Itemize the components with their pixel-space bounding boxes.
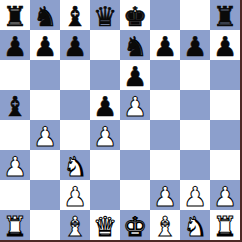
- white-pawn-icon[interactable]: ♟: [63, 183, 87, 210]
- white-bishop-icon[interactable]: ♝: [153, 213, 177, 240]
- square-b2[interactable]: [30, 180, 60, 210]
- square-f8[interactable]: [150, 0, 180, 30]
- white-queen-icon[interactable]: ♛: [93, 213, 117, 240]
- square-f6[interactable]: [150, 60, 180, 90]
- square-b6[interactable]: [30, 60, 60, 90]
- black-pawn-icon[interactable]: ♟: [153, 33, 177, 60]
- chess-board: ♜♞♝♛♚♜♟♟♟♞♟♟♟♟♝♟♟♟♟♟♞♟♟♟♟♜♝♛♚♝♞♜: [0, 0, 240, 240]
- black-bishop-icon[interactable]: ♝: [63, 3, 87, 30]
- square-a6[interactable]: [0, 60, 30, 90]
- white-pawn-icon[interactable]: ♟: [93, 123, 117, 150]
- white-pawn-icon[interactable]: ♟: [153, 183, 177, 210]
- square-h2[interactable]: ♟: [210, 180, 240, 210]
- square-e5[interactable]: ♟: [120, 90, 150, 120]
- square-g2[interactable]: ♟: [180, 180, 210, 210]
- square-h3[interactable]: [210, 150, 240, 180]
- square-g1[interactable]: ♞: [180, 210, 210, 240]
- white-pawn-icon[interactable]: ♟: [3, 153, 27, 180]
- square-f2[interactable]: ♟: [150, 180, 180, 210]
- white-pawn-icon[interactable]: ♟: [33, 123, 57, 150]
- square-h4[interactable]: [210, 120, 240, 150]
- white-bishop-icon[interactable]: ♝: [63, 213, 87, 240]
- board-frame: ♜♞♝♛♚♜♟♟♟♞♟♟♟♟♝♟♟♟♟♟♞♟♟♟♟♜♝♛♚♝♞♜: [0, 0, 242, 242]
- square-e4[interactable]: [120, 120, 150, 150]
- black-bishop-icon[interactable]: ♝: [3, 93, 27, 120]
- square-a4[interactable]: [0, 120, 30, 150]
- white-pawn-icon[interactable]: ♟: [213, 183, 237, 210]
- square-f4[interactable]: [150, 120, 180, 150]
- square-c5[interactable]: [60, 90, 90, 120]
- square-b5[interactable]: [30, 90, 60, 120]
- white-rook-icon[interactable]: ♜: [213, 213, 237, 240]
- square-h1[interactable]: ♜: [210, 210, 240, 240]
- square-e7[interactable]: ♞: [120, 30, 150, 60]
- square-b4[interactable]: ♟: [30, 120, 60, 150]
- black-pawn-icon[interactable]: ♟: [123, 63, 147, 90]
- square-e2[interactable]: [120, 180, 150, 210]
- white-rook-icon[interactable]: ♜: [3, 213, 27, 240]
- square-f1[interactable]: ♝: [150, 210, 180, 240]
- square-e3[interactable]: [120, 150, 150, 180]
- square-e6[interactable]: ♟: [120, 60, 150, 90]
- square-c7[interactable]: ♟: [60, 30, 90, 60]
- square-h6[interactable]: [210, 60, 240, 90]
- square-b3[interactable]: [30, 150, 60, 180]
- square-d8[interactable]: ♛: [90, 0, 120, 30]
- black-pawn-icon[interactable]: ♟: [93, 93, 117, 120]
- square-h5[interactable]: [210, 90, 240, 120]
- square-b7[interactable]: ♟: [30, 30, 60, 60]
- square-a1[interactable]: ♜: [0, 210, 30, 240]
- black-pawn-icon[interactable]: ♟: [183, 33, 207, 60]
- square-a7[interactable]: ♟: [0, 30, 30, 60]
- square-g8[interactable]: [180, 0, 210, 30]
- square-g6[interactable]: [180, 60, 210, 90]
- square-d1[interactable]: ♛: [90, 210, 120, 240]
- black-pawn-icon[interactable]: ♟: [33, 33, 57, 60]
- square-d6[interactable]: [90, 60, 120, 90]
- square-a2[interactable]: [0, 180, 30, 210]
- black-king-icon[interactable]: ♚: [123, 3, 147, 30]
- black-queen-icon[interactable]: ♛: [93, 3, 117, 30]
- square-c2[interactable]: ♟: [60, 180, 90, 210]
- square-d5[interactable]: ♟: [90, 90, 120, 120]
- white-king-icon[interactable]: ♚: [123, 213, 147, 240]
- square-g5[interactable]: [180, 90, 210, 120]
- square-g3[interactable]: [180, 150, 210, 180]
- square-b1[interactable]: [30, 210, 60, 240]
- square-d4[interactable]: ♟: [90, 120, 120, 150]
- square-d7[interactable]: [90, 30, 120, 60]
- white-pawn-icon[interactable]: ♟: [183, 183, 207, 210]
- black-knight-icon[interactable]: ♞: [33, 3, 57, 30]
- square-a3[interactable]: ♟: [0, 150, 30, 180]
- square-a5[interactable]: ♝: [0, 90, 30, 120]
- square-a8[interactable]: ♜: [0, 0, 30, 30]
- square-g4[interactable]: [180, 120, 210, 150]
- square-g7[interactable]: ♟: [180, 30, 210, 60]
- white-knight-icon[interactable]: ♞: [63, 153, 87, 180]
- black-rook-icon[interactable]: ♜: [213, 3, 237, 30]
- square-c8[interactable]: ♝: [60, 0, 90, 30]
- square-f7[interactable]: ♟: [150, 30, 180, 60]
- square-c3[interactable]: ♞: [60, 150, 90, 180]
- square-f5[interactable]: [150, 90, 180, 120]
- black-pawn-icon[interactable]: ♟: [63, 33, 87, 60]
- square-b8[interactable]: ♞: [30, 0, 60, 30]
- square-h8[interactable]: ♜: [210, 0, 240, 30]
- square-e8[interactable]: ♚: [120, 0, 150, 30]
- black-rook-icon[interactable]: ♜: [3, 3, 27, 30]
- black-pawn-icon[interactable]: ♟: [213, 33, 237, 60]
- square-d3[interactable]: [90, 150, 120, 180]
- square-c4[interactable]: [60, 120, 90, 150]
- square-d2[interactable]: [90, 180, 120, 210]
- square-h7[interactable]: ♟: [210, 30, 240, 60]
- white-pawn-icon[interactable]: ♟: [123, 93, 147, 120]
- square-f3[interactable]: [150, 150, 180, 180]
- black-pawn-icon[interactable]: ♟: [3, 33, 27, 60]
- white-knight-icon[interactable]: ♞: [183, 213, 207, 240]
- black-knight-icon[interactable]: ♞: [123, 33, 147, 60]
- square-c1[interactable]: ♝: [60, 210, 90, 240]
- square-c6[interactable]: [60, 60, 90, 90]
- square-e1[interactable]: ♚: [120, 210, 150, 240]
